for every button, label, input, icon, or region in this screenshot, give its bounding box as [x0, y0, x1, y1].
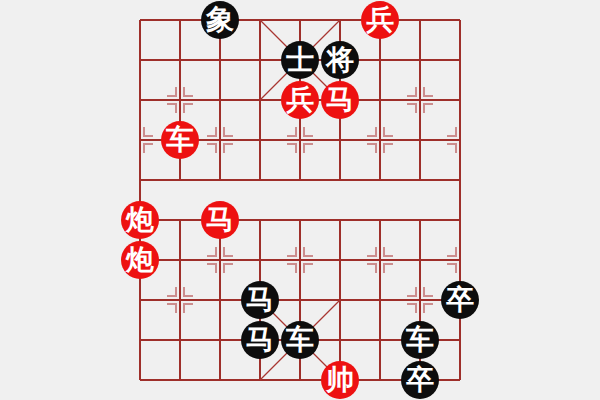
piece-red-general[interactable]: 帅 [321, 361, 359, 399]
piece-black-pawn[interactable]: 卒 [441, 281, 479, 319]
piece-black-advisor[interactable]: 士 [281, 41, 319, 79]
piece-black-horse[interactable]: 马 [241, 281, 279, 319]
xiangqi-board-screenshot: 象兵士将兵马车炮马炮马卒马车车帅卒 [0, 0, 600, 400]
piece-red-pawn[interactable]: 兵 [281, 81, 319, 119]
piece-black-elephant[interactable]: 象 [201, 1, 239, 39]
piece-red-pawn[interactable]: 兵 [361, 1, 399, 39]
piece-red-cannon[interactable]: 炮 [121, 241, 159, 279]
piece-black-horse[interactable]: 马 [241, 321, 279, 359]
piece-black-chariot[interactable]: 车 [401, 321, 439, 359]
piece-black-chariot[interactable]: 车 [281, 321, 319, 359]
piece-red-horse[interactable]: 马 [201, 201, 239, 239]
piece-black-pawn[interactable]: 卒 [401, 361, 439, 399]
piece-red-horse[interactable]: 马 [321, 81, 359, 119]
piece-black-general[interactable]: 将 [321, 41, 359, 79]
piece-red-chariot[interactable]: 车 [161, 121, 199, 159]
piece-red-cannon[interactable]: 炮 [121, 201, 159, 239]
pieces-layer: 象兵士将兵马车炮马炮马卒马车车帅卒 [120, 0, 480, 400]
